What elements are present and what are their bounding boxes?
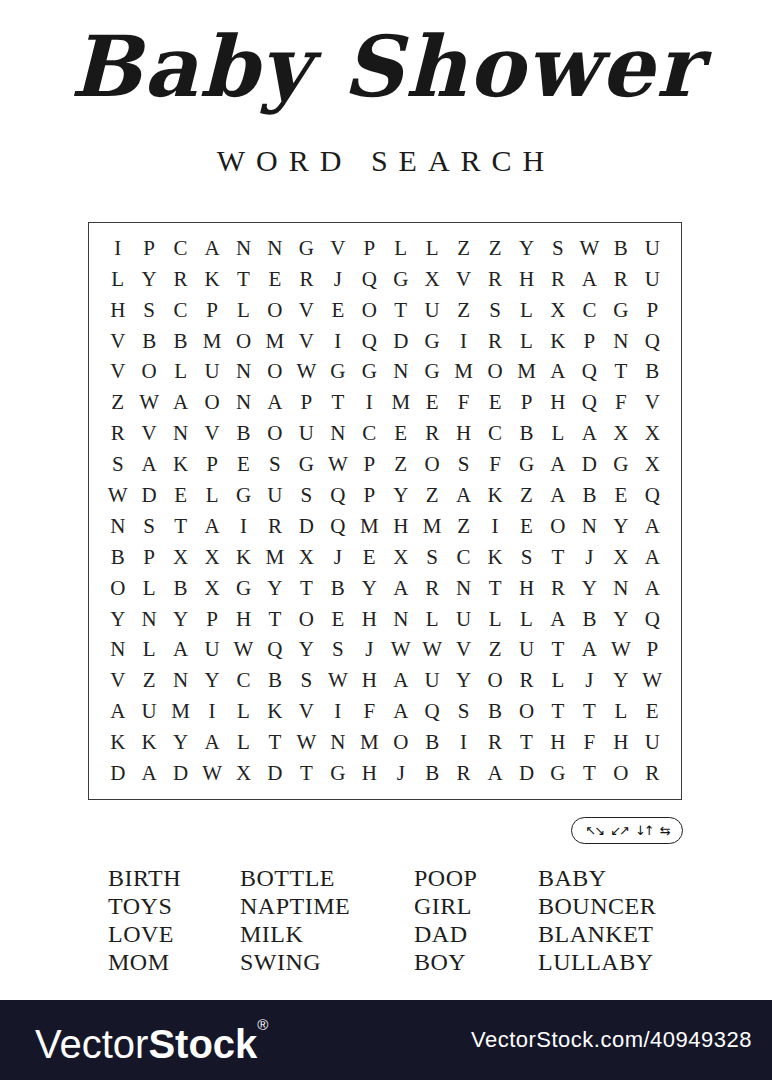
grid-cell[interactable]: H [542, 387, 573, 418]
grid-cell[interactable]: O [133, 357, 164, 388]
grid-cell[interactable]: A [542, 604, 573, 635]
grid-cell[interactable]: V [102, 665, 133, 696]
grid-cell[interactable]: A [165, 387, 196, 418]
grid-cell[interactable]: Q [354, 326, 385, 357]
grid-cell[interactable]: S [448, 696, 479, 727]
grid-cell[interactable]: K [259, 696, 290, 727]
grid-cell[interactable]: J [322, 264, 353, 295]
grid-cell[interactable]: P [196, 295, 227, 326]
grid-cell[interactable]: L [165, 357, 196, 388]
grid-cell[interactable]: P [291, 387, 322, 418]
grid-cell[interactable]: H [354, 758, 385, 789]
grid-cell[interactable]: E [511, 511, 542, 542]
grid-cell[interactable]: Q [416, 696, 447, 727]
grid-cell[interactable]: M [448, 357, 479, 388]
grid-cell[interactable]: E [322, 295, 353, 326]
grid-cell[interactable]: W [416, 635, 447, 666]
grid-cell[interactable]: I [354, 387, 385, 418]
grid-cell[interactable]: A [196, 233, 227, 264]
grid-cell[interactable]: A [637, 511, 668, 542]
grid-cell[interactable]: P [354, 449, 385, 480]
grid-cell[interactable]: O [354, 295, 385, 326]
grid-cell[interactable]: P [133, 542, 164, 573]
grid-cell[interactable]: H [605, 727, 636, 758]
grid-cell[interactable]: R [448, 758, 479, 789]
grid-cell[interactable]: W [574, 233, 605, 264]
grid-cell[interactable]: A [196, 511, 227, 542]
grid-cell[interactable]: R [542, 573, 573, 604]
grid-cell[interactable]: G [605, 295, 636, 326]
grid-cell[interactable]: D [259, 758, 290, 789]
grid-cell[interactable]: A [542, 449, 573, 480]
grid-cell[interactable]: K [102, 727, 133, 758]
grid-cell[interactable]: E [322, 604, 353, 635]
grid-cell[interactable]: G [291, 449, 322, 480]
grid-cell[interactable]: U [196, 357, 227, 388]
grid-cell[interactable]: O [605, 758, 636, 789]
grid-cell[interactable]: T [542, 542, 573, 573]
grid-cell[interactable]: Z [133, 665, 164, 696]
grid-cell[interactable]: K [479, 480, 510, 511]
grid-cell[interactable]: Z [416, 480, 447, 511]
grid-cell[interactable]: F [354, 696, 385, 727]
grid-cell[interactable]: B [416, 758, 447, 789]
grid-cell[interactable]: U [416, 295, 447, 326]
grid-cell[interactable]: L [542, 418, 573, 449]
grid-cell[interactable]: A [574, 418, 605, 449]
grid-cell[interactable]: I [479, 511, 510, 542]
grid-cell[interactable]: W [605, 635, 636, 666]
grid-cell[interactable]: E [605, 480, 636, 511]
grid-cell[interactable]: Q [322, 511, 353, 542]
grid-cell[interactable]: B [511, 418, 542, 449]
grid-cell[interactable]: M [196, 326, 227, 357]
grid-cell[interactable]: B [574, 604, 605, 635]
grid-cell[interactable]: G [354, 357, 385, 388]
grid-cell[interactable]: H [102, 295, 133, 326]
grid-cell[interactable]: R [479, 264, 510, 295]
grid-cell[interactable]: W [196, 758, 227, 789]
grid-cell[interactable]: N [133, 604, 164, 635]
grid-cell[interactable]: O [542, 511, 573, 542]
grid-cell[interactable]: C [574, 295, 605, 326]
grid-cell[interactable]: T [259, 604, 290, 635]
grid-cell[interactable]: U [259, 480, 290, 511]
grid-cell[interactable]: R [291, 264, 322, 295]
grid-cell[interactable]: P [574, 326, 605, 357]
grid-cell[interactable]: Q [574, 387, 605, 418]
grid-cell[interactable]: Q [574, 357, 605, 388]
grid-cell[interactable]: U [637, 264, 668, 295]
grid-cell[interactable]: G [322, 758, 353, 789]
grid-cell[interactable]: K [165, 449, 196, 480]
grid-cell[interactable]: J [574, 542, 605, 573]
grid-cell[interactable]: S [542, 233, 573, 264]
grid-cell[interactable]: R [479, 727, 510, 758]
grid-cell[interactable]: Z [448, 511, 479, 542]
grid-cell[interactable]: O [511, 696, 542, 727]
grid-cell[interactable]: R [165, 264, 196, 295]
grid-cell[interactable]: J [385, 758, 416, 789]
grid-cell[interactable]: N [102, 511, 133, 542]
grid-cell[interactable]: V [133, 418, 164, 449]
grid-cell[interactable]: T [542, 635, 573, 666]
grid-cell[interactable]: G [385, 264, 416, 295]
grid-cell[interactable]: C [479, 418, 510, 449]
grid-cell[interactable]: R [637, 758, 668, 789]
grid-cell[interactable]: K [196, 264, 227, 295]
grid-cell[interactable]: T [291, 573, 322, 604]
grid-cell[interactable]: X [165, 542, 196, 573]
grid-cell[interactable]: D [574, 449, 605, 480]
grid-cell[interactable]: C [448, 542, 479, 573]
grid-cell[interactable]: E [228, 449, 259, 480]
grid-cell[interactable]: L [605, 696, 636, 727]
grid-cell[interactable]: E [385, 418, 416, 449]
grid-cell[interactable]: J [354, 635, 385, 666]
grid-cell[interactable]: M [511, 357, 542, 388]
grid-cell[interactable]: L [228, 696, 259, 727]
grid-cell[interactable]: V [102, 326, 133, 357]
grid-cell[interactable]: N [605, 573, 636, 604]
grid-cell[interactable]: E [354, 542, 385, 573]
grid-cell[interactable]: P [354, 233, 385, 264]
grid-cell[interactable]: O [259, 418, 290, 449]
grid-cell[interactable]: T [574, 696, 605, 727]
grid-cell[interactable]: E [416, 387, 447, 418]
grid-cell[interactable]: O [291, 604, 322, 635]
grid-cell[interactable]: V [291, 295, 322, 326]
grid-cell[interactable]: T [228, 264, 259, 295]
grid-cell[interactable]: A [385, 665, 416, 696]
grid-cell[interactable]: N [259, 233, 290, 264]
grid-cell[interactable]: J [322, 542, 353, 573]
grid-cell[interactable]: T [259, 727, 290, 758]
grid-cell[interactable]: Z [511, 480, 542, 511]
grid-cell[interactable]: Q [637, 326, 668, 357]
grid-cell[interactable]: Y [511, 233, 542, 264]
grid-cell[interactable]: R [416, 418, 447, 449]
grid-cell[interactable]: T [479, 573, 510, 604]
grid-cell[interactable]: X [605, 542, 636, 573]
grid-cell[interactable]: A [542, 480, 573, 511]
grid-cell[interactable]: L [511, 604, 542, 635]
grid-cell[interactable]: B [574, 480, 605, 511]
grid-cell[interactable]: P [133, 233, 164, 264]
grid-cell[interactable]: Z [479, 635, 510, 666]
grid-cell[interactable]: N [228, 357, 259, 388]
grid-cell[interactable]: Z [479, 233, 510, 264]
grid-cell[interactable]: M [259, 326, 290, 357]
grid-cell[interactable]: Q [322, 480, 353, 511]
grid-cell[interactable]: N [385, 357, 416, 388]
grid-cell[interactable]: S [416, 542, 447, 573]
grid-cell[interactable]: Y [448, 665, 479, 696]
grid-cell[interactable]: B [479, 696, 510, 727]
grid-cell[interactable]: G [228, 573, 259, 604]
grid-cell[interactable]: G [542, 758, 573, 789]
grid-cell[interactable]: L [511, 295, 542, 326]
grid-cell[interactable]: S [291, 480, 322, 511]
grid-cell[interactable]: O [259, 295, 290, 326]
grid-cell[interactable]: K [479, 542, 510, 573]
grid-cell[interactable]: Y [133, 264, 164, 295]
grid-cell[interactable]: U [196, 635, 227, 666]
grid-cell[interactable]: L [511, 326, 542, 357]
grid-cell[interactable]: O [102, 573, 133, 604]
grid-cell[interactable]: L [228, 295, 259, 326]
grid-cell[interactable]: I [102, 233, 133, 264]
grid-cell[interactable]: P [196, 604, 227, 635]
grid-cell[interactable]: Q [637, 480, 668, 511]
grid-cell[interactable]: Y [605, 511, 636, 542]
grid-cell[interactable]: X [637, 418, 668, 449]
grid-cell[interactable]: A [259, 387, 290, 418]
grid-cell[interactable]: I [228, 511, 259, 542]
grid-cell[interactable]: I [322, 696, 353, 727]
grid-cell[interactable]: E [637, 696, 668, 727]
grid-cell[interactable]: B [259, 665, 290, 696]
grid-cell[interactable]: T [385, 295, 416, 326]
grid-cell[interactable]: Y [605, 604, 636, 635]
grid-cell[interactable]: O [228, 326, 259, 357]
grid-cell[interactable]: P [637, 635, 668, 666]
grid-cell[interactable]: I [448, 727, 479, 758]
grid-cell[interactable]: D [385, 326, 416, 357]
grid-cell[interactable]: M [259, 542, 290, 573]
grid-cell[interactable]: Y [165, 604, 196, 635]
grid-cell[interactable]: T [291, 758, 322, 789]
grid-cell[interactable]: K [228, 542, 259, 573]
grid-cell[interactable]: W [291, 357, 322, 388]
grid-cell[interactable]: R [511, 665, 542, 696]
grid-cell[interactable]: H [511, 573, 542, 604]
grid-cell[interactable]: Q [637, 604, 668, 635]
grid-cell[interactable]: I [448, 326, 479, 357]
grid-cell[interactable]: B [637, 357, 668, 388]
grid-cell[interactable]: X [196, 542, 227, 573]
grid-cell[interactable]: H [448, 418, 479, 449]
grid-cell[interactable]: Y [605, 665, 636, 696]
grid-cell[interactable]: S [133, 295, 164, 326]
grid-cell[interactable]: L [479, 604, 510, 635]
grid-cell[interactable]: R [479, 326, 510, 357]
grid-cell[interactable]: H [354, 665, 385, 696]
grid-cell[interactable]: U [416, 665, 447, 696]
grid-cell[interactable]: X [605, 418, 636, 449]
grid-cell[interactable]: A [196, 727, 227, 758]
grid-cell[interactable]: U [291, 418, 322, 449]
grid-cell[interactable]: A [637, 542, 668, 573]
grid-cell[interactable]: W [133, 387, 164, 418]
grid-cell[interactable]: B [605, 233, 636, 264]
grid-cell[interactable]: M [385, 387, 416, 418]
grid-cell[interactable]: E [479, 387, 510, 418]
grid-cell[interactable]: C [165, 295, 196, 326]
grid-cell[interactable]: G [605, 449, 636, 480]
grid-cell[interactable]: H [542, 727, 573, 758]
grid-cell[interactable]: N [165, 665, 196, 696]
grid-cell[interactable]: O [196, 387, 227, 418]
grid-cell[interactable]: A [385, 696, 416, 727]
grid-cell[interactable]: X [637, 449, 668, 480]
grid-cell[interactable]: F [574, 727, 605, 758]
grid-cell[interactable]: N [605, 326, 636, 357]
grid-cell[interactable]: A [637, 573, 668, 604]
grid-cell[interactable]: O [385, 727, 416, 758]
grid-cell[interactable]: U [637, 727, 668, 758]
grid-cell[interactable]: N [322, 418, 353, 449]
grid-cell[interactable]: F [479, 449, 510, 480]
grid-cell[interactable]: H [385, 511, 416, 542]
grid-cell[interactable]: S [448, 449, 479, 480]
grid-cell[interactable]: S [291, 665, 322, 696]
grid-cell[interactable]: Z [448, 295, 479, 326]
grid-cell[interactable]: Y [165, 727, 196, 758]
grid-cell[interactable]: A [448, 480, 479, 511]
grid-cell[interactable]: V [291, 326, 322, 357]
grid-cell[interactable]: V [102, 357, 133, 388]
grid-cell[interactable]: G [228, 480, 259, 511]
grid-cell[interactable]: K [133, 727, 164, 758]
grid-cell[interactable]: S [322, 635, 353, 666]
grid-cell[interactable]: X [416, 264, 447, 295]
grid-cell[interactable]: F [605, 387, 636, 418]
grid-cell[interactable]: M [354, 511, 385, 542]
grid-cell[interactable]: H [228, 604, 259, 635]
grid-cell[interactable]: B [133, 326, 164, 357]
grid-cell[interactable]: F [448, 387, 479, 418]
grid-cell[interactable]: W [385, 635, 416, 666]
grid-cell[interactable]: O [479, 357, 510, 388]
grid-cell[interactable]: H [354, 604, 385, 635]
grid-cell[interactable]: Y [574, 573, 605, 604]
grid-cell[interactable]: L [228, 727, 259, 758]
grid-cell[interactable]: S [479, 295, 510, 326]
grid-cell[interactable]: V [291, 696, 322, 727]
grid-cell[interactable]: Q [259, 635, 290, 666]
grid-cell[interactable]: X [542, 295, 573, 326]
grid-cell[interactable]: V [448, 264, 479, 295]
grid-cell[interactable]: T [574, 758, 605, 789]
grid-cell[interactable]: T [511, 727, 542, 758]
grid-cell[interactable]: S [511, 542, 542, 573]
grid-cell[interactable]: W [228, 635, 259, 666]
grid-cell[interactable]: G [511, 449, 542, 480]
grid-cell[interactable]: Y [102, 604, 133, 635]
grid-cell[interactable]: R [605, 264, 636, 295]
grid-cell[interactable]: B [165, 573, 196, 604]
grid-cell[interactable]: X [196, 573, 227, 604]
grid-cell[interactable]: U [637, 233, 668, 264]
grid-cell[interactable]: X [228, 758, 259, 789]
grid-cell[interactable]: Y [385, 480, 416, 511]
grid-cell[interactable]: N [228, 387, 259, 418]
grid-cell[interactable]: A [385, 573, 416, 604]
grid-cell[interactable]: W [637, 665, 668, 696]
grid-cell[interactable]: U [511, 635, 542, 666]
grid-cell[interactable]: R [102, 418, 133, 449]
grid-cell[interactable]: A [133, 449, 164, 480]
grid-cell[interactable]: A [542, 357, 573, 388]
grid-cell[interactable]: G [291, 233, 322, 264]
grid-cell[interactable]: L [416, 233, 447, 264]
grid-cell[interactable]: W [322, 449, 353, 480]
grid-cell[interactable]: D [165, 758, 196, 789]
grid-cell[interactable]: O [259, 357, 290, 388]
grid-cell[interactable]: N [574, 511, 605, 542]
grid-cell[interactable]: L [196, 480, 227, 511]
grid-cell[interactable]: V [448, 635, 479, 666]
grid-cell[interactable]: L [102, 264, 133, 295]
grid-cell[interactable]: S [133, 511, 164, 542]
grid-cell[interactable]: D [291, 511, 322, 542]
grid-cell[interactable]: R [542, 264, 573, 295]
grid-cell[interactable]: T [542, 696, 573, 727]
grid-cell[interactable]: U [448, 604, 479, 635]
grid-cell[interactable]: Q [354, 264, 385, 295]
grid-cell[interactable]: V [322, 233, 353, 264]
grid-cell[interactable]: L [133, 573, 164, 604]
grid-cell[interactable]: O [479, 665, 510, 696]
grid-cell[interactable]: Y [354, 573, 385, 604]
grid-cell[interactable]: P [637, 295, 668, 326]
grid-cell[interactable]: M [165, 696, 196, 727]
grid-cell[interactable]: H [511, 264, 542, 295]
grid-cell[interactable]: N [448, 573, 479, 604]
grid-cell[interactable]: P [354, 480, 385, 511]
grid-cell[interactable]: K [542, 326, 573, 357]
grid-cell[interactable]: Z [102, 387, 133, 418]
grid-cell[interactable]: L [416, 604, 447, 635]
grid-cell[interactable]: W [291, 727, 322, 758]
grid-cell[interactable]: A [102, 696, 133, 727]
grid-cell[interactable]: M [416, 511, 447, 542]
grid-cell[interactable]: S [102, 449, 133, 480]
grid-cell[interactable]: L [542, 665, 573, 696]
grid-cell[interactable]: P [511, 387, 542, 418]
grid-cell[interactable]: M [354, 727, 385, 758]
grid-cell[interactable]: V [196, 418, 227, 449]
grid-cell[interactable]: T [165, 511, 196, 542]
grid-cell[interactable]: R [416, 573, 447, 604]
grid-cell[interactable]: L [385, 233, 416, 264]
grid-cell[interactable]: G [416, 357, 447, 388]
grid-cell[interactable]: E [259, 264, 290, 295]
grid-cell[interactable]: T [322, 387, 353, 418]
grid-cell[interactable]: O [416, 449, 447, 480]
grid-cell[interactable]: Z [385, 449, 416, 480]
grid-cell[interactable]: D [102, 758, 133, 789]
grid-cell[interactable]: N [322, 727, 353, 758]
grid-cell[interactable]: A [165, 635, 196, 666]
grid-cell[interactable]: S [259, 449, 290, 480]
grid-cell[interactable]: B [228, 418, 259, 449]
grid-cell[interactable]: P [196, 449, 227, 480]
grid-cell[interactable]: A [133, 758, 164, 789]
grid-cell[interactable]: C [228, 665, 259, 696]
grid-cell[interactable]: B [416, 727, 447, 758]
grid-cell[interactable]: W [322, 665, 353, 696]
grid-cell[interactable]: T [605, 357, 636, 388]
grid-cell[interactable]: A [479, 758, 510, 789]
grid-cell[interactable]: D [133, 480, 164, 511]
grid-cell[interactable]: N [102, 635, 133, 666]
grid-cell[interactable]: A [574, 264, 605, 295]
grid-cell[interactable]: B [102, 542, 133, 573]
grid-cell[interactable]: G [416, 326, 447, 357]
grid-cell[interactable]: D [511, 758, 542, 789]
